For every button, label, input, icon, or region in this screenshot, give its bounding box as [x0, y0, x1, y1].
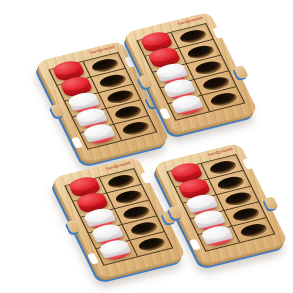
interlock-tab-left	[66, 219, 81, 233]
recessed-hole	[238, 222, 268, 239]
interlock-notch-right	[124, 56, 136, 68]
interlock-tab-left	[50, 103, 65, 117]
interlock-tab-right	[263, 196, 278, 210]
interlock-notch-right	[140, 172, 152, 184]
interlock-tab-right	[233, 65, 248, 79]
interlock-notch-right	[212, 27, 224, 39]
recessed-hole	[120, 120, 150, 137]
frame-grid	[64, 168, 173, 266]
recessed-hole	[208, 91, 238, 108]
recessed-hole	[136, 236, 166, 253]
frame-grid	[166, 154, 275, 252]
interlock-notch-right	[242, 158, 254, 170]
product-photo-scene: hand2mind®hand2mind®hand2mind®hand2mind®	[0, 0, 293, 293]
